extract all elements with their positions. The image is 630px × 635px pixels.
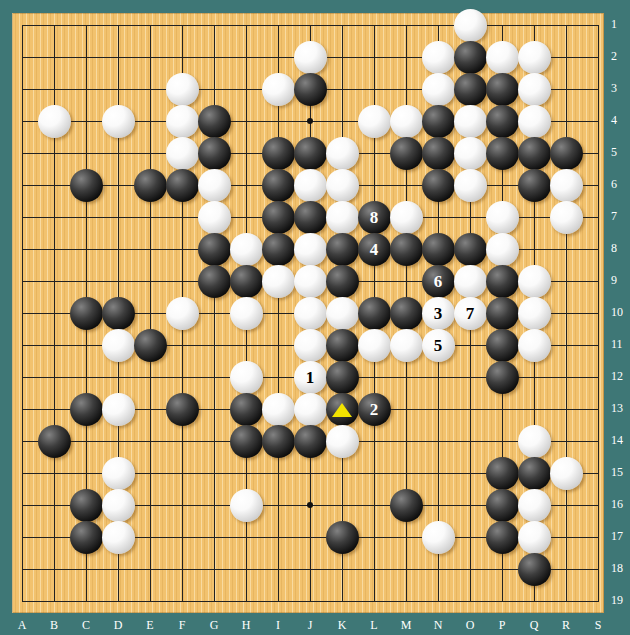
stone-white [326, 425, 359, 458]
stone-white [518, 329, 551, 362]
stone-white [294, 41, 327, 74]
stone-white [38, 105, 71, 138]
row-label: 14 [611, 433, 630, 448]
stone-black [230, 425, 263, 458]
stone-white [102, 329, 135, 362]
stone-white [102, 393, 135, 426]
stone-white [102, 457, 135, 490]
stone-black [486, 457, 519, 490]
stone-white [230, 297, 263, 330]
row-label: 9 [611, 273, 630, 288]
go-app: 84637512 ABCDEFGHIJKLMNOPQRS 12345678910… [0, 0, 630, 635]
stone-white [518, 297, 551, 330]
stone-white [454, 105, 487, 138]
stone-white [262, 393, 295, 426]
row-label: 15 [611, 465, 630, 480]
row-label: 2 [611, 49, 630, 64]
stone-white [518, 425, 551, 458]
move-number-label: 4 [370, 241, 379, 258]
stone-white [326, 169, 359, 202]
stone-black [70, 297, 103, 330]
column-label: K [332, 618, 352, 633]
stone-white [390, 105, 423, 138]
row-label: 17 [611, 529, 630, 544]
row-label: 11 [611, 337, 630, 352]
row-label: 8 [611, 241, 630, 256]
stone-white: 3 [422, 297, 455, 330]
stone-white [198, 201, 231, 234]
row-label: 5 [611, 145, 630, 160]
stone-white [390, 201, 423, 234]
stone-white [262, 73, 295, 106]
move-number-label: 1 [306, 369, 315, 386]
stone-white [102, 489, 135, 522]
stone-white [390, 329, 423, 362]
goban[interactable]: 84637512 [12, 13, 604, 613]
stone-black [326, 521, 359, 554]
stone-white [294, 329, 327, 362]
stone-white [166, 105, 199, 138]
stone-white [486, 201, 519, 234]
move-number-label: 2 [370, 401, 379, 418]
stone-white [550, 169, 583, 202]
stone-black [198, 137, 231, 170]
stone-black [198, 233, 231, 266]
stone-white [230, 361, 263, 394]
stone-white [518, 41, 551, 74]
stone-white [326, 201, 359, 234]
stone-black [102, 297, 135, 330]
stone-white [166, 137, 199, 170]
stone-black [294, 137, 327, 170]
triangle-marker [332, 403, 352, 417]
column-label: P [492, 618, 512, 633]
stone-black [326, 233, 359, 266]
stone-black [518, 553, 551, 586]
stone-white [454, 169, 487, 202]
stone-white [230, 489, 263, 522]
row-label: 7 [611, 209, 630, 224]
stone-white [550, 457, 583, 490]
stone-black [486, 265, 519, 298]
stone-black [422, 137, 455, 170]
row-label: 6 [611, 177, 630, 192]
stone-black: 8 [358, 201, 391, 234]
stone-white [166, 297, 199, 330]
stone-black [262, 169, 295, 202]
stone-white: 5 [422, 329, 455, 362]
stone-white [262, 265, 295, 298]
stone-black: 2 [358, 393, 391, 426]
column-label: E [140, 618, 160, 633]
stone-black [70, 521, 103, 554]
stone-white [422, 73, 455, 106]
stone-black [262, 425, 295, 458]
stone-black [358, 297, 391, 330]
stone-white [486, 233, 519, 266]
stone-black [486, 361, 519, 394]
stone-white [326, 297, 359, 330]
stone-black [326, 393, 359, 426]
row-label: 19 [611, 593, 630, 608]
stone-white [454, 9, 487, 42]
stone-black [422, 105, 455, 138]
stone-black [70, 169, 103, 202]
stone-white [518, 489, 551, 522]
stone-black [390, 233, 423, 266]
stone-black [422, 169, 455, 202]
column-label: C [76, 618, 96, 633]
stone-black [486, 521, 519, 554]
stone-white [294, 297, 327, 330]
stone-black [38, 425, 71, 458]
stone-black [262, 137, 295, 170]
stone-black [486, 329, 519, 362]
stone-black [294, 201, 327, 234]
move-number-label: 5 [434, 337, 443, 354]
stone-black [486, 105, 519, 138]
stone-black [454, 73, 487, 106]
stone-black [166, 169, 199, 202]
column-label: O [460, 618, 480, 633]
stone-black [326, 329, 359, 362]
stone-white [518, 73, 551, 106]
stone-black [390, 297, 423, 330]
stone-black [486, 297, 519, 330]
column-label: M [396, 618, 416, 633]
stone-black [70, 489, 103, 522]
stone-white [454, 265, 487, 298]
stone-black [230, 393, 263, 426]
stone-black [326, 265, 359, 298]
stone-black [294, 425, 327, 458]
stone-black [294, 73, 327, 106]
stone-black [422, 233, 455, 266]
row-label: 13 [611, 401, 630, 416]
row-label: 18 [611, 561, 630, 576]
stone-black [262, 201, 295, 234]
stone-black [166, 393, 199, 426]
column-label: G [204, 618, 224, 633]
stone-white [230, 233, 263, 266]
move-number-label: 7 [466, 305, 475, 322]
column-label: D [108, 618, 128, 633]
star-point [307, 118, 313, 124]
stone-black [70, 393, 103, 426]
column-label: I [268, 618, 288, 633]
row-label: 4 [611, 113, 630, 128]
stone-white [166, 73, 199, 106]
column-label: L [364, 618, 384, 633]
stone-black [486, 489, 519, 522]
stone-white: 1 [294, 361, 327, 394]
move-number-label: 3 [434, 305, 443, 322]
column-label: A [12, 618, 32, 633]
stone-black [486, 137, 519, 170]
stone-white [198, 169, 231, 202]
column-label: S [588, 618, 608, 633]
column-label: Q [524, 618, 544, 633]
stone-white [422, 41, 455, 74]
stone-black [198, 105, 231, 138]
move-number-label: 8 [370, 209, 379, 226]
row-label: 16 [611, 497, 630, 512]
stone-black: 4 [358, 233, 391, 266]
stone-black [262, 233, 295, 266]
stone-white [454, 137, 487, 170]
row-label: 12 [611, 369, 630, 384]
stone-white [422, 521, 455, 554]
stone-white: 7 [454, 297, 487, 330]
stone-white [518, 265, 551, 298]
stone-black [390, 489, 423, 522]
stone-white [294, 169, 327, 202]
stone-black [390, 137, 423, 170]
stone-black [454, 41, 487, 74]
stone-white [518, 521, 551, 554]
column-label: R [556, 618, 576, 633]
stone-black [518, 169, 551, 202]
stone-black [518, 137, 551, 170]
column-label: F [172, 618, 192, 633]
stone-white [358, 329, 391, 362]
stone-white [486, 41, 519, 74]
column-label: N [428, 618, 448, 633]
stone-white [294, 393, 327, 426]
stone-white [358, 105, 391, 138]
move-number-label: 6 [434, 273, 443, 290]
column-label: H [236, 618, 256, 633]
stone-black [518, 457, 551, 490]
stone-white [550, 201, 583, 234]
stone-black [454, 233, 487, 266]
stone-black [198, 265, 231, 298]
row-label: 1 [611, 17, 630, 32]
row-label: 10 [611, 305, 630, 320]
stone-black: 6 [422, 265, 455, 298]
stone-black [134, 329, 167, 362]
column-label: B [44, 618, 64, 633]
stone-white [326, 137, 359, 170]
row-label: 3 [611, 81, 630, 96]
stone-white [294, 265, 327, 298]
stone-white [518, 105, 551, 138]
stone-white [102, 105, 135, 138]
stone-black [550, 137, 583, 170]
star-point [307, 502, 313, 508]
stone-black [326, 361, 359, 394]
stone-black [134, 169, 167, 202]
stone-black [230, 265, 263, 298]
stone-black [486, 73, 519, 106]
column-label: J [300, 618, 320, 633]
stone-white [294, 233, 327, 266]
stone-white [102, 521, 135, 554]
